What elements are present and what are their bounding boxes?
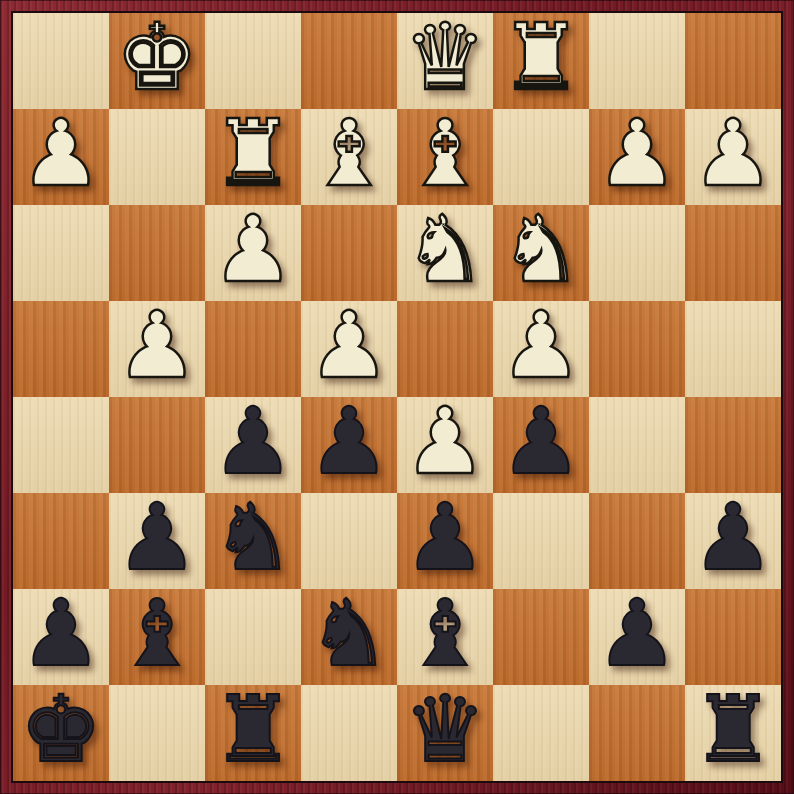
square-d3[interactable]: ♞ (397, 205, 493, 301)
white-pawn-piece[interactable]: ♟ (308, 298, 390, 394)
black-bishop-piece[interactable]: ♝ (404, 586, 486, 682)
square-f4[interactable] (205, 301, 301, 397)
square-h5[interactable] (13, 397, 109, 493)
square-c6[interactable] (493, 493, 589, 589)
square-d1[interactable]: ♛ (397, 13, 493, 109)
black-bishop-piece[interactable]: ♝ (116, 586, 198, 682)
square-b8[interactable] (589, 685, 685, 781)
black-pawn-piece[interactable]: ♟ (20, 586, 102, 682)
square-g1[interactable]: ♚ (109, 13, 205, 109)
square-d2[interactable]: ♝ (397, 109, 493, 205)
square-f2[interactable]: ♜ (205, 109, 301, 205)
black-king-piece[interactable]: ♚ (20, 682, 102, 778)
square-a8[interactable]: ♜ (685, 685, 781, 781)
square-h7[interactable]: ♟ (13, 589, 109, 685)
square-b5[interactable] (589, 397, 685, 493)
square-a5[interactable] (685, 397, 781, 493)
square-b3[interactable] (589, 205, 685, 301)
square-a7[interactable] (685, 589, 781, 685)
black-pawn-piece[interactable]: ♟ (500, 394, 582, 490)
square-c2[interactable] (493, 109, 589, 205)
square-e1[interactable] (301, 13, 397, 109)
square-d6[interactable]: ♟ (397, 493, 493, 589)
white-knight-piece[interactable]: ♞ (500, 202, 582, 298)
square-a4[interactable] (685, 301, 781, 397)
white-pawn-piece[interactable]: ♟ (404, 394, 486, 490)
white-bishop-piece[interactable]: ♝ (404, 106, 486, 202)
white-pawn-piece[interactable]: ♟ (212, 202, 294, 298)
square-e4[interactable]: ♟ (301, 301, 397, 397)
white-pawn-piece[interactable]: ♟ (20, 106, 102, 202)
square-b7[interactable]: ♟ (589, 589, 685, 685)
chess-board: ♚♛♜♟♜♝♝♟♟♟♞♞♟♟♟♟♟♟♟♟♞♟♟♟♝♞♝♟♚♜♛♜ (13, 13, 781, 781)
black-rook-piece[interactable]: ♜ (692, 682, 774, 778)
square-f5[interactable]: ♟ (205, 397, 301, 493)
white-pawn-piece[interactable]: ♟ (596, 106, 678, 202)
black-knight-piece[interactable]: ♞ (212, 490, 294, 586)
square-e2[interactable]: ♝ (301, 109, 397, 205)
white-pawn-piece[interactable]: ♟ (500, 298, 582, 394)
square-h1[interactable] (13, 13, 109, 109)
black-pawn-piece[interactable]: ♟ (596, 586, 678, 682)
square-g3[interactable] (109, 205, 205, 301)
square-a6[interactable]: ♟ (685, 493, 781, 589)
white-pawn-piece[interactable]: ♟ (692, 106, 774, 202)
square-h4[interactable] (13, 301, 109, 397)
square-d4[interactable] (397, 301, 493, 397)
square-d8[interactable]: ♛ (397, 685, 493, 781)
black-pawn-piece[interactable]: ♟ (404, 490, 486, 586)
square-e7[interactable]: ♞ (301, 589, 397, 685)
black-pawn-piece[interactable]: ♟ (116, 490, 198, 586)
square-a2[interactable]: ♟ (685, 109, 781, 205)
square-b2[interactable]: ♟ (589, 109, 685, 205)
square-c8[interactable] (493, 685, 589, 781)
square-g2[interactable] (109, 109, 205, 205)
square-d5[interactable]: ♟ (397, 397, 493, 493)
white-king-piece[interactable]: ♚ (116, 10, 198, 106)
square-a3[interactable] (685, 205, 781, 301)
square-f3[interactable]: ♟ (205, 205, 301, 301)
black-rook-piece[interactable]: ♜ (212, 682, 294, 778)
square-h3[interactable] (13, 205, 109, 301)
square-c3[interactable]: ♞ (493, 205, 589, 301)
black-queen-piece[interactable]: ♛ (404, 682, 486, 778)
square-c4[interactable]: ♟ (493, 301, 589, 397)
square-f6[interactable]: ♞ (205, 493, 301, 589)
square-g5[interactable] (109, 397, 205, 493)
square-h6[interactable] (13, 493, 109, 589)
board-frame: ♚♛♜♟♜♝♝♟♟♟♞♞♟♟♟♟♟♟♟♟♞♟♟♟♝♞♝♟♚♜♛♜ (0, 0, 794, 794)
square-e5[interactable]: ♟ (301, 397, 397, 493)
square-e3[interactable] (301, 205, 397, 301)
square-d7[interactable]: ♝ (397, 589, 493, 685)
square-b6[interactable] (589, 493, 685, 589)
square-h8[interactable]: ♚ (13, 685, 109, 781)
square-h2[interactable]: ♟ (13, 109, 109, 205)
black-pawn-piece[interactable]: ♟ (308, 394, 390, 490)
square-c1[interactable]: ♜ (493, 13, 589, 109)
white-pawn-piece[interactable]: ♟ (116, 298, 198, 394)
square-b4[interactable] (589, 301, 685, 397)
square-e8[interactable] (301, 685, 397, 781)
square-f8[interactable]: ♜ (205, 685, 301, 781)
board-rim: ♚♛♜♟♜♝♝♟♟♟♞♞♟♟♟♟♟♟♟♟♞♟♟♟♝♞♝♟♚♜♛♜ (11, 11, 783, 783)
square-g7[interactable]: ♝ (109, 589, 205, 685)
square-e6[interactable] (301, 493, 397, 589)
white-rook-piece[interactable]: ♜ (212, 106, 294, 202)
square-g6[interactable]: ♟ (109, 493, 205, 589)
square-c5[interactable]: ♟ (493, 397, 589, 493)
square-f1[interactable] (205, 13, 301, 109)
white-bishop-piece[interactable]: ♝ (308, 106, 390, 202)
black-pawn-piece[interactable]: ♟ (212, 394, 294, 490)
square-g4[interactable]: ♟ (109, 301, 205, 397)
square-c7[interactable] (493, 589, 589, 685)
square-a1[interactable] (685, 13, 781, 109)
white-rook-piece[interactable]: ♜ (500, 10, 582, 106)
white-queen-piece[interactable]: ♛ (404, 10, 486, 106)
black-pawn-piece[interactable]: ♟ (692, 490, 774, 586)
square-f7[interactable] (205, 589, 301, 685)
square-g8[interactable] (109, 685, 205, 781)
white-knight-piece[interactable]: ♞ (404, 202, 486, 298)
black-knight-piece[interactable]: ♞ (308, 586, 390, 682)
square-b1[interactable] (589, 13, 685, 109)
